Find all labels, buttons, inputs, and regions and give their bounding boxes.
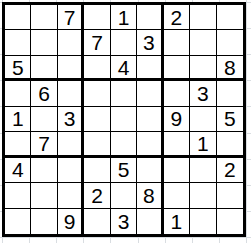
margin-gridline-horizontal bbox=[0, 237, 251, 238]
cell-r3c6[interactable] bbox=[137, 56, 163, 81]
cell-r6c1[interactable] bbox=[5, 132, 31, 157]
cell-r2c3[interactable] bbox=[58, 30, 84, 55]
cell-r1c3[interactable]: 7 bbox=[58, 5, 84, 30]
sudoku-puzzle-screenshot: 712735486313957145228931 bbox=[0, 0, 251, 243]
cell-r2c4[interactable]: 7 bbox=[84, 30, 110, 55]
cell-r3c5[interactable]: 4 bbox=[111, 56, 137, 81]
sudoku-board: 712735486313957145228931 bbox=[2, 2, 246, 237]
cell-r3c8[interactable] bbox=[190, 56, 216, 81]
cell-r1c4[interactable] bbox=[84, 5, 110, 30]
cell-r2c8[interactable] bbox=[190, 30, 216, 55]
cell-r9c4[interactable] bbox=[84, 209, 110, 234]
cell-r3c2[interactable] bbox=[31, 56, 57, 81]
cell-r5c9[interactable]: 5 bbox=[217, 107, 243, 132]
cell-r2c5[interactable] bbox=[111, 30, 137, 55]
cell-r1c7[interactable]: 2 bbox=[164, 5, 190, 30]
cell-r1c9[interactable] bbox=[217, 5, 243, 30]
cell-r4c8[interactable]: 3 bbox=[190, 81, 216, 106]
cell-r4c3[interactable] bbox=[58, 81, 84, 106]
cell-r7c9[interactable]: 2 bbox=[217, 158, 243, 183]
cell-r4c5[interactable] bbox=[111, 81, 137, 106]
cell-r8c9[interactable] bbox=[217, 183, 243, 208]
cell-r8c5[interactable] bbox=[111, 183, 137, 208]
cell-r5c3[interactable]: 3 bbox=[58, 107, 84, 132]
cell-r9c7[interactable]: 1 bbox=[164, 209, 190, 234]
cell-r8c7[interactable] bbox=[164, 183, 190, 208]
cell-r1c8[interactable] bbox=[190, 5, 216, 30]
cell-r9c8[interactable] bbox=[190, 209, 216, 234]
cell-r6c2[interactable]: 7 bbox=[31, 132, 57, 157]
cell-r7c5[interactable]: 5 bbox=[111, 158, 137, 183]
cell-r8c2[interactable] bbox=[31, 183, 57, 208]
cell-r3c3[interactable] bbox=[58, 56, 84, 81]
cell-r3c9[interactable]: 8 bbox=[217, 56, 243, 81]
cell-r5c8[interactable] bbox=[190, 107, 216, 132]
cell-r6c7[interactable] bbox=[164, 132, 190, 157]
margin-gridline-vertical bbox=[246, 0, 247, 243]
cell-r5c4[interactable] bbox=[84, 107, 110, 132]
cell-r1c2[interactable] bbox=[31, 5, 57, 30]
cell-r6c4[interactable] bbox=[84, 132, 110, 157]
cell-r2c6[interactable]: 3 bbox=[137, 30, 163, 55]
cell-r9c5[interactable]: 3 bbox=[111, 209, 137, 234]
cell-r7c1[interactable]: 4 bbox=[5, 158, 31, 183]
cell-r2c1[interactable] bbox=[5, 30, 31, 55]
cell-r4c6[interactable] bbox=[137, 81, 163, 106]
cell-r5c5[interactable] bbox=[111, 107, 137, 132]
cell-r2c7[interactable] bbox=[164, 30, 190, 55]
cell-r9c3[interactable]: 9 bbox=[58, 209, 84, 234]
cell-r4c2[interactable]: 6 bbox=[31, 81, 57, 106]
cell-r7c4[interactable] bbox=[84, 158, 110, 183]
cell-r5c1[interactable]: 1 bbox=[5, 107, 31, 132]
cell-r3c4[interactable] bbox=[84, 56, 110, 81]
cell-r8c4[interactable]: 2 bbox=[84, 183, 110, 208]
cell-r7c6[interactable] bbox=[137, 158, 163, 183]
cell-r8c8[interactable] bbox=[190, 183, 216, 208]
cell-r6c5[interactable] bbox=[111, 132, 137, 157]
cell-r4c9[interactable] bbox=[217, 81, 243, 106]
cell-r3c1[interactable]: 5 bbox=[5, 56, 31, 81]
cell-r9c6[interactable] bbox=[137, 209, 163, 234]
cell-r5c7[interactable]: 9 bbox=[164, 107, 190, 132]
cell-r2c2[interactable] bbox=[31, 30, 57, 55]
cell-r1c1[interactable] bbox=[5, 5, 31, 30]
cell-r5c6[interactable] bbox=[137, 107, 163, 132]
cell-r6c9[interactable] bbox=[217, 132, 243, 157]
cell-r1c5[interactable]: 1 bbox=[111, 5, 137, 30]
cell-r8c6[interactable]: 8 bbox=[137, 183, 163, 208]
cell-r7c3[interactable] bbox=[58, 158, 84, 183]
cell-r2c9[interactable] bbox=[217, 30, 243, 55]
cell-r4c7[interactable] bbox=[164, 81, 190, 106]
cell-r6c3[interactable] bbox=[58, 132, 84, 157]
cell-r9c1[interactable] bbox=[5, 209, 31, 234]
cell-r9c9[interactable] bbox=[217, 209, 243, 234]
cell-r9c2[interactable] bbox=[31, 209, 57, 234]
cell-r3c7[interactable] bbox=[164, 56, 190, 81]
cell-r5c2[interactable] bbox=[31, 107, 57, 132]
cell-r6c6[interactable] bbox=[137, 132, 163, 157]
cell-r7c7[interactable] bbox=[164, 158, 190, 183]
cell-r4c4[interactable] bbox=[84, 81, 110, 106]
cell-r4c1[interactable] bbox=[5, 81, 31, 106]
cell-r7c2[interactable] bbox=[31, 158, 57, 183]
cell-r6c8[interactable]: 1 bbox=[190, 132, 216, 157]
cell-r8c3[interactable] bbox=[58, 183, 84, 208]
cell-r1c6[interactable] bbox=[137, 5, 163, 30]
cell-r8c1[interactable] bbox=[5, 183, 31, 208]
cell-r7c8[interactable] bbox=[190, 158, 216, 183]
